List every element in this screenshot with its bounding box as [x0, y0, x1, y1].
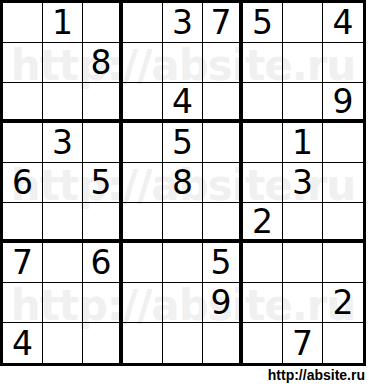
- cell-r1c2[interactable]: 1: [43, 3, 83, 43]
- cell-r3c2[interactable]: [43, 83, 83, 123]
- cell-r5c8[interactable]: 3: [283, 163, 323, 203]
- cell-r4c1[interactable]: [3, 123, 43, 163]
- sudoku-cells: 13754849351658327659247: [3, 3, 363, 363]
- cell-r8c7[interactable]: [243, 283, 283, 323]
- cell-r9c6[interactable]: [203, 323, 243, 363]
- cell-r8c1[interactable]: [3, 283, 43, 323]
- cell-r2c3[interactable]: 8: [83, 43, 123, 83]
- cell-r1c8[interactable]: [283, 3, 323, 43]
- cell-r8c8[interactable]: [283, 283, 323, 323]
- cell-r2c9[interactable]: [323, 43, 363, 83]
- cell-r1c6[interactable]: 7: [203, 3, 243, 43]
- cell-r6c2[interactable]: [43, 203, 83, 243]
- cell-r8c4[interactable]: [123, 283, 163, 323]
- cell-r8c5[interactable]: [163, 283, 203, 323]
- cell-r5c9[interactable]: [323, 163, 363, 203]
- cell-r2c8[interactable]: [283, 43, 323, 83]
- cell-r6c9[interactable]: [323, 203, 363, 243]
- cell-r2c4[interactable]: [123, 43, 163, 83]
- cell-r4c3[interactable]: [83, 123, 123, 163]
- cell-r9c9[interactable]: [323, 323, 363, 363]
- cell-r2c2[interactable]: [43, 43, 83, 83]
- cell-r7c2[interactable]: [43, 243, 83, 283]
- cell-r7c8[interactable]: [283, 243, 323, 283]
- cell-r3c3[interactable]: [83, 83, 123, 123]
- cell-r4c4[interactable]: [123, 123, 163, 163]
- sudoku-board: http://absite.ru http://absite.ru http:/…: [0, 0, 366, 366]
- cell-r7c5[interactable]: [163, 243, 203, 283]
- cell-r1c7[interactable]: 5: [243, 3, 283, 43]
- cell-r1c9[interactable]: 4: [323, 3, 363, 43]
- cell-r1c5[interactable]: 3: [163, 3, 203, 43]
- cell-r2c6[interactable]: [203, 43, 243, 83]
- cell-r7c1[interactable]: 7: [3, 243, 43, 283]
- cell-r5c5[interactable]: 8: [163, 163, 203, 203]
- cell-r1c1[interactable]: [3, 3, 43, 43]
- cell-r6c4[interactable]: [123, 203, 163, 243]
- cell-r6c8[interactable]: [283, 203, 323, 243]
- cell-r9c8[interactable]: 7: [283, 323, 323, 363]
- caption-bar: http://absite.ru: [0, 366, 366, 384]
- cell-r7c3[interactable]: 6: [83, 243, 123, 283]
- cell-r9c3[interactable]: [83, 323, 123, 363]
- cell-r7c9[interactable]: [323, 243, 363, 283]
- cell-r5c6[interactable]: [203, 163, 243, 203]
- cell-r3c4[interactable]: [123, 83, 163, 123]
- cell-r6c1[interactable]: [3, 203, 43, 243]
- cell-r8c2[interactable]: [43, 283, 83, 323]
- cell-r1c4[interactable]: [123, 3, 163, 43]
- cell-r3c5[interactable]: 4: [163, 83, 203, 123]
- cell-r9c2[interactable]: [43, 323, 83, 363]
- cell-r2c5[interactable]: [163, 43, 203, 83]
- cell-r6c5[interactable]: [163, 203, 203, 243]
- cell-r8c9[interactable]: 2: [323, 283, 363, 323]
- cell-r4c7[interactable]: [243, 123, 283, 163]
- cell-r2c7[interactable]: [243, 43, 283, 83]
- cell-r6c7[interactable]: 2: [243, 203, 283, 243]
- cell-r3c1[interactable]: [3, 83, 43, 123]
- cell-r5c3[interactable]: 5: [83, 163, 123, 203]
- cell-r9c7[interactable]: [243, 323, 283, 363]
- cell-r7c4[interactable]: [123, 243, 163, 283]
- cell-r9c4[interactable]: [123, 323, 163, 363]
- cell-r3c7[interactable]: [243, 83, 283, 123]
- cell-r2c1[interactable]: [3, 43, 43, 83]
- sudoku-page: http://absite.ru http://absite.ru http:/…: [0, 0, 369, 384]
- cell-r4c9[interactable]: [323, 123, 363, 163]
- cell-r4c2[interactable]: 3: [43, 123, 83, 163]
- cell-r5c7[interactable]: [243, 163, 283, 203]
- cell-r6c3[interactable]: [83, 203, 123, 243]
- cell-r9c1[interactable]: 4: [3, 323, 43, 363]
- cell-r8c3[interactable]: [83, 283, 123, 323]
- cell-r6c6[interactable]: [203, 203, 243, 243]
- cell-r7c6[interactable]: 5: [203, 243, 243, 283]
- cell-r4c8[interactable]: 1: [283, 123, 323, 163]
- site-url-caption[interactable]: http://absite.ru: [268, 366, 366, 384]
- cell-r8c6[interactable]: 9: [203, 283, 243, 323]
- cell-r9c5[interactable]: [163, 323, 203, 363]
- cell-r5c4[interactable]: [123, 163, 163, 203]
- cell-r3c6[interactable]: [203, 83, 243, 123]
- cell-r3c8[interactable]: [283, 83, 323, 123]
- cell-r4c6[interactable]: [203, 123, 243, 163]
- cell-r3c9[interactable]: 9: [323, 83, 363, 123]
- cell-r5c2[interactable]: [43, 163, 83, 203]
- cell-r4c5[interactable]: 5: [163, 123, 203, 163]
- cell-r7c7[interactable]: [243, 243, 283, 283]
- cell-r1c3[interactable]: [83, 3, 123, 43]
- cell-r5c1[interactable]: 6: [3, 163, 43, 203]
